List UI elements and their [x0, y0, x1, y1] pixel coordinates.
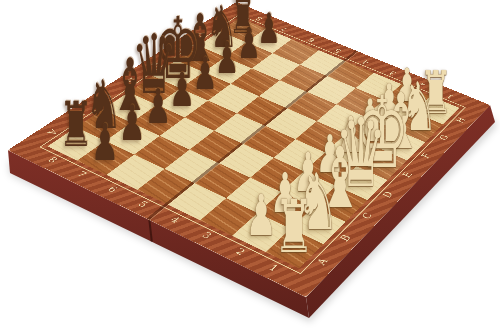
file-label-bottom-h: H: [453, 115, 470, 126]
rank-label-left-6: 6: [101, 183, 123, 196]
file-label-bottom-d: D: [379, 188, 398, 201]
rank-label-right-4: 4: [357, 57, 374, 66]
rank-label-right-1: 1: [442, 91, 459, 101]
file-label-top-g: G: [191, 30, 208, 39]
rank-label-left-2: 2: [229, 245, 251, 260]
rank-label-right-8: 8: [251, 14, 268, 23]
rank-label-left-3: 3: [196, 229, 218, 243]
rank-label-left-7: 7: [71, 168, 93, 181]
rank-label-right-6: 6: [303, 35, 320, 44]
file-label-top-a: A: [42, 126, 63, 138]
rank-label-left-5: 5: [132, 198, 154, 211]
rank-label-left-4: 4: [164, 213, 186, 227]
file-label-bottom-b: B: [336, 231, 356, 245]
file-label-top-c: C: [96, 91, 115, 102]
file-label-bottom-g: G: [436, 132, 453, 143]
rank-label-right-5: 5: [330, 46, 347, 55]
file-label-bottom-a: A: [312, 254, 333, 269]
rank-label-left-1: 1: [263, 261, 285, 276]
rank-label-right-2: 2: [413, 80, 430, 90]
rank-label-right-7: 7: [277, 25, 294, 34]
file-label-bottom-c: C: [358, 209, 377, 223]
file-label-top-h: H: [213, 16, 230, 25]
file-label-bottom-f: F: [418, 150, 436, 162]
chess-set-photo: AA88BB77CC66DD55EE44FF33GG22HH11 ♜♞♝♛♚♝♞…: [0, 0, 500, 330]
file-label-top-f: F: [169, 44, 187, 54]
rank-label-right-3: 3: [385, 68, 402, 78]
file-label-top-e: E: [146, 59, 164, 69]
rank-label-left-8: 8: [41, 154, 62, 166]
file-label-top-b: B: [70, 108, 90, 119]
file-label-top-d: D: [122, 75, 141, 85]
file-label-bottom-e: E: [399, 169, 417, 181]
